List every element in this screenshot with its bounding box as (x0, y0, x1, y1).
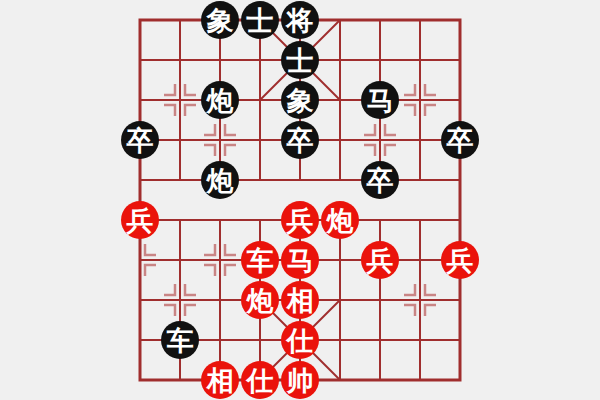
intersection-e1: 仕 (280, 320, 320, 360)
piece-red-soldier[interactable]: 兵 (281, 201, 319, 239)
piece-red-general[interactable]: 帅 (281, 361, 319, 399)
piece-red-advisor[interactable]: 仕 (281, 321, 319, 359)
intersection-i9 (440, 0, 480, 40)
intersection-b3 (160, 240, 200, 280)
intersection-i7 (440, 80, 480, 120)
intersection-f0 (320, 360, 360, 400)
intersection-i0 (440, 360, 480, 400)
intersection-i4 (440, 200, 480, 240)
intersection-d0: 仕 (240, 360, 280, 400)
intersection-a1 (120, 320, 160, 360)
intersection-e9: 将 (280, 0, 320, 40)
intersection-a8 (120, 40, 160, 80)
piece-black-soldier[interactable]: 卒 (281, 121, 319, 159)
intersection-b0 (160, 360, 200, 400)
intersection-h0 (400, 360, 440, 400)
piece-black-horse[interactable]: 马 (361, 81, 399, 119)
intersection-c0: 相 (200, 360, 240, 400)
intersection-b6 (160, 120, 200, 160)
intersection-f9 (320, 0, 360, 40)
intersection-c5: 炮 (200, 160, 240, 200)
piece-red-advisor[interactable]: 仕 (241, 361, 279, 399)
intersection-b9 (160, 0, 200, 40)
piece-black-elephant[interactable]: 象 (201, 1, 239, 39)
piece-red-soldier[interactable]: 兵 (441, 241, 479, 279)
intersection-d2: 炮 (240, 280, 280, 320)
piece-black-advisor[interactable]: 士 (241, 1, 279, 39)
intersection-g4 (360, 200, 400, 240)
intersection-i8 (440, 40, 480, 80)
intersection-b7 (160, 80, 200, 120)
intersection-e7: 象 (280, 80, 320, 120)
intersection-a9 (120, 0, 160, 40)
intersection-i6: 卒 (440, 120, 480, 160)
intersection-h3 (400, 240, 440, 280)
intersection-b4 (160, 200, 200, 240)
piece-black-chariot[interactable]: 车 (161, 321, 199, 359)
intersection-f8 (320, 40, 360, 80)
intersection-f7 (320, 80, 360, 120)
intersection-h4 (400, 200, 440, 240)
intersection-e6: 卒 (280, 120, 320, 160)
intersection-e5 (280, 160, 320, 200)
piece-black-advisor[interactable]: 士 (281, 41, 319, 79)
intersection-a6: 卒 (120, 120, 160, 160)
piece-black-soldier[interactable]: 卒 (441, 121, 479, 159)
piece-black-general[interactable]: 将 (281, 1, 319, 39)
intersection-d3: 车 (240, 240, 280, 280)
intersection-f1 (320, 320, 360, 360)
intersection-f3 (320, 240, 360, 280)
intersection-i5 (440, 160, 480, 200)
intersection-d7 (240, 80, 280, 120)
intersection-a3 (120, 240, 160, 280)
intersection-g1 (360, 320, 400, 360)
intersection-c7: 炮 (200, 80, 240, 120)
piece-red-cannon[interactable]: 炮 (321, 201, 359, 239)
intersection-d4 (240, 200, 280, 240)
intersection-e8: 士 (280, 40, 320, 80)
intersection-c3 (200, 240, 240, 280)
piece-black-soldier[interactable]: 卒 (361, 161, 399, 199)
intersection-i1 (440, 320, 480, 360)
intersection-h7 (400, 80, 440, 120)
intersection-b2 (160, 280, 200, 320)
piece-red-horse[interactable]: 马 (281, 241, 319, 279)
piece-red-chariot[interactable]: 车 (241, 241, 279, 279)
intersection-a0 (120, 360, 160, 400)
intersection-g9 (360, 0, 400, 40)
intersection-c4 (200, 200, 240, 240)
intersection-f2 (320, 280, 360, 320)
intersection-e2: 相 (280, 280, 320, 320)
intersection-a7 (120, 80, 160, 120)
intersection-a2 (120, 280, 160, 320)
intersection-e4: 兵 (280, 200, 320, 240)
intersection-h5 (400, 160, 440, 200)
intersection-b5 (160, 160, 200, 200)
piece-black-cannon[interactable]: 炮 (201, 161, 239, 199)
intersection-h9 (400, 0, 440, 40)
intersection-f6 (320, 120, 360, 160)
intersection-i3: 兵 (440, 240, 480, 280)
piece-red-soldier[interactable]: 兵 (121, 201, 159, 239)
intersection-g3: 兵 (360, 240, 400, 280)
intersection-d9: 士 (240, 0, 280, 40)
piece-black-cannon[interactable]: 炮 (201, 81, 239, 119)
intersection-b8 (160, 40, 200, 80)
intersection-d5 (240, 160, 280, 200)
piece-red-elephant[interactable]: 相 (281, 281, 319, 319)
intersection-h2 (400, 280, 440, 320)
intersection-g0 (360, 360, 400, 400)
intersection-i2 (440, 280, 480, 320)
intersection-c2 (200, 280, 240, 320)
intersection-c9: 象 (200, 0, 240, 40)
intersection-d1 (240, 320, 280, 360)
intersection-g8 (360, 40, 400, 80)
intersection-g6 (360, 120, 400, 160)
intersection-c8 (200, 40, 240, 80)
intersection-c6 (200, 120, 240, 160)
intersection-d8 (240, 40, 280, 80)
intersection-d6 (240, 120, 280, 160)
intersection-g7: 马 (360, 80, 400, 120)
piece-red-soldier[interactable]: 兵 (361, 241, 399, 279)
intersection-h6 (400, 120, 440, 160)
piece-red-cannon[interactable]: 炮 (241, 281, 279, 319)
intersection-c1 (200, 320, 240, 360)
intersection-b1: 车 (160, 320, 200, 360)
intersection-a5 (120, 160, 160, 200)
intersection-e0: 帅 (280, 360, 320, 400)
intersection-f5 (320, 160, 360, 200)
intersection-h1 (400, 320, 440, 360)
piece-black-soldier[interactable]: 卒 (121, 121, 159, 159)
intersection-a4: 兵 (120, 200, 160, 240)
piece-black-elephant[interactable]: 象 (281, 81, 319, 119)
intersection-g5: 卒 (360, 160, 400, 200)
piece-red-elephant[interactable]: 相 (201, 361, 239, 399)
intersection-e3: 马 (280, 240, 320, 280)
intersection-f4: 炮 (320, 200, 360, 240)
piece-layer: 象士将士炮象马卒卒卒炮卒兵兵炮车马兵兵炮相车仕相仕帅 (120, 0, 480, 400)
xiangqi-board: 象士将士炮象马卒卒卒炮卒兵兵炮车马兵兵炮相车仕相仕帅 (0, 0, 600, 400)
intersection-g2 (360, 280, 400, 320)
intersection-h8 (400, 40, 440, 80)
